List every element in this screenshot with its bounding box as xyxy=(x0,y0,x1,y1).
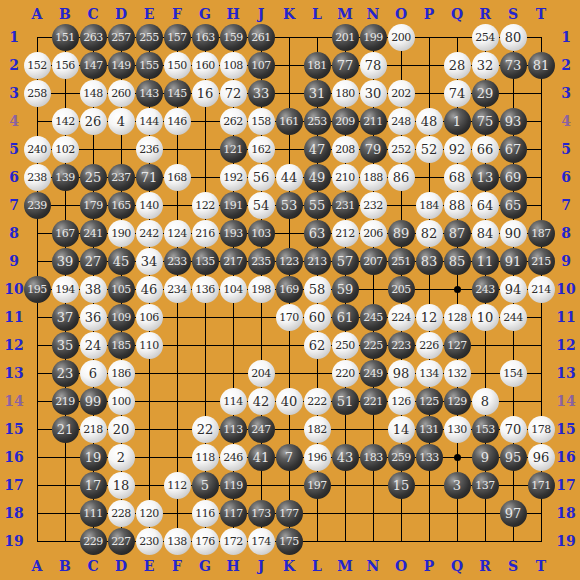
stone-D14-move-100[interactable]: 100 xyxy=(108,388,135,415)
stone-J6-move-56[interactable]: 56 xyxy=(248,164,275,191)
stone-O13-move-98[interactable]: 98 xyxy=(388,360,415,387)
stone-O1-move-200[interactable]: 200 xyxy=(388,24,415,51)
stone-S1-move-80[interactable]: 80 xyxy=(500,24,527,51)
stone-L2-move-181[interactable]: 181 xyxy=(304,52,331,79)
stone-H10-move-104[interactable]: 104 xyxy=(220,276,247,303)
stone-T9-move-215[interactable]: 215 xyxy=(528,248,555,275)
col-label-bottom-H: H xyxy=(226,558,239,574)
stone-O17-move-15[interactable]: 15 xyxy=(388,472,415,499)
stone-J7-move-54[interactable]: 54 xyxy=(248,192,275,219)
stone-H19-move-172[interactable]: 172 xyxy=(220,528,247,555)
stone-J18-move-173[interactable]: 173 xyxy=(248,500,275,527)
move-number: 14 xyxy=(393,423,410,436)
stone-K6-move-44[interactable]: 44 xyxy=(276,164,303,191)
stone-D4-move-4[interactable]: 4 xyxy=(108,108,135,135)
stone-M8-move-212[interactable]: 212 xyxy=(332,220,359,247)
stone-E18-move-120[interactable]: 120 xyxy=(136,500,163,527)
stone-B13-move-23[interactable]: 23 xyxy=(52,360,79,387)
stone-R17-move-137[interactable]: 137 xyxy=(472,472,499,499)
stone-Q13-move-132[interactable]: 132 xyxy=(444,360,471,387)
stone-E8-move-242[interactable]: 242 xyxy=(136,220,163,247)
stone-P5-move-52[interactable]: 52 xyxy=(416,136,443,163)
stone-K19-move-175[interactable]: 175 xyxy=(276,528,303,555)
stone-J10-move-198[interactable]: 198 xyxy=(248,276,275,303)
stone-L5-move-47[interactable]: 47 xyxy=(304,136,331,163)
stone-G17-move-5[interactable]: 5 xyxy=(192,472,219,499)
stone-N11-move-245[interactable]: 245 xyxy=(360,304,387,331)
stone-J5-move-162[interactable]: 162 xyxy=(248,136,275,163)
stone-C12-move-24[interactable]: 24 xyxy=(80,332,107,359)
stone-H18-move-117[interactable]: 117 xyxy=(220,500,247,527)
stone-R10-move-243[interactable]: 243 xyxy=(472,276,499,303)
stone-N4-move-211[interactable]: 211 xyxy=(360,108,387,135)
move-number: 198 xyxy=(251,284,271,295)
stone-C6-move-25[interactable]: 25 xyxy=(80,164,107,191)
stone-S8-move-90[interactable]: 90 xyxy=(500,220,527,247)
stone-R14-move-8[interactable]: 8 xyxy=(472,388,499,415)
stone-R1-move-254[interactable]: 254 xyxy=(472,24,499,51)
move-number: 194 xyxy=(55,284,75,295)
row-label-left-5: 5 xyxy=(9,141,19,157)
stone-K4-move-161[interactable]: 161 xyxy=(276,108,303,135)
stone-H7-move-191[interactable]: 191 xyxy=(220,192,247,219)
move-number: 39 xyxy=(57,255,74,268)
stone-O3-move-202[interactable]: 202 xyxy=(388,80,415,107)
stone-M14-move-51[interactable]: 51 xyxy=(332,388,359,415)
stone-H5-move-121[interactable]: 121 xyxy=(220,136,247,163)
stone-B5-move-102[interactable]: 102 xyxy=(52,136,79,163)
stone-P13-move-134[interactable]: 134 xyxy=(416,360,443,387)
stone-F2-move-150[interactable]: 150 xyxy=(164,52,191,79)
stone-E4-move-144[interactable]: 144 xyxy=(136,108,163,135)
stone-L7-move-55[interactable]: 55 xyxy=(304,192,331,219)
stone-S13-move-154[interactable]: 154 xyxy=(500,360,527,387)
stone-E10-move-46[interactable]: 46 xyxy=(136,276,163,303)
stone-H14-move-114[interactable]: 114 xyxy=(220,388,247,415)
move-number: 38 xyxy=(85,283,102,296)
stone-Q9-move-85[interactable]: 85 xyxy=(444,248,471,275)
stone-S11-move-244[interactable]: 244 xyxy=(500,304,527,331)
stone-J8-move-103[interactable]: 103 xyxy=(248,220,275,247)
stone-R6-move-13[interactable]: 13 xyxy=(472,164,499,191)
stone-E1-move-255[interactable]: 255 xyxy=(136,24,163,51)
stone-C19-move-229[interactable]: 229 xyxy=(80,528,107,555)
stone-O5-move-252[interactable]: 252 xyxy=(388,136,415,163)
stone-D1-move-257[interactable]: 257 xyxy=(108,24,135,51)
stone-A7-move-239[interactable]: 239 xyxy=(24,192,51,219)
stone-M12-move-250[interactable]: 250 xyxy=(332,332,359,359)
stone-A6-move-238[interactable]: 238 xyxy=(24,164,51,191)
stone-D15-move-20[interactable]: 20 xyxy=(108,416,135,443)
move-number: 41 xyxy=(253,451,270,464)
stone-S4-move-93[interactable]: 93 xyxy=(500,108,527,135)
stone-R5-move-66[interactable]: 66 xyxy=(472,136,499,163)
stone-L3-move-31[interactable]: 31 xyxy=(304,80,331,107)
stone-N12-move-225[interactable]: 225 xyxy=(360,332,387,359)
move-number: 128 xyxy=(447,312,467,323)
stone-O15-move-14[interactable]: 14 xyxy=(388,416,415,443)
stone-B9-move-39[interactable]: 39 xyxy=(52,248,79,275)
stone-C11-move-36[interactable]: 36 xyxy=(80,304,107,331)
stone-T16-move-96[interactable]: 96 xyxy=(528,444,555,471)
stone-R11-move-10[interactable]: 10 xyxy=(472,304,499,331)
stone-J2-move-107[interactable]: 107 xyxy=(248,52,275,79)
stone-P12-move-226[interactable]: 226 xyxy=(416,332,443,359)
col-label-bottom-F: F xyxy=(172,558,182,574)
move-number: 216 xyxy=(195,228,215,239)
row-label-right-3: 3 xyxy=(561,85,571,101)
stone-L4-move-253[interactable]: 253 xyxy=(304,108,331,135)
col-label-top-R: R xyxy=(479,6,491,22)
stone-G18-move-116[interactable]: 116 xyxy=(192,500,219,527)
stone-C8-move-241[interactable]: 241 xyxy=(80,220,107,247)
stone-S10-move-94[interactable]: 94 xyxy=(500,276,527,303)
col-label-bottom-B: B xyxy=(59,558,71,574)
stone-C9-move-27[interactable]: 27 xyxy=(80,248,107,275)
stone-S15-move-70[interactable]: 70 xyxy=(500,416,527,443)
stone-J3-move-33[interactable]: 33 xyxy=(248,80,275,107)
stone-C13-move-6[interactable]: 6 xyxy=(80,360,107,387)
stone-F4-move-146[interactable]: 146 xyxy=(164,108,191,135)
stone-M9-move-57[interactable]: 57 xyxy=(332,248,359,275)
stone-P4-move-48[interactable]: 48 xyxy=(416,108,443,135)
stone-R15-move-153[interactable]: 153 xyxy=(472,416,499,443)
stone-O8-move-89[interactable]: 89 xyxy=(388,220,415,247)
stone-C15-move-218[interactable]: 218 xyxy=(80,416,107,443)
stone-C1-move-263[interactable]: 263 xyxy=(80,24,107,51)
stone-O9-move-251[interactable]: 251 xyxy=(388,248,415,275)
stone-O6-move-86[interactable]: 86 xyxy=(388,164,415,191)
stone-H6-move-192[interactable]: 192 xyxy=(220,164,247,191)
stone-N16-move-183[interactable]: 183 xyxy=(360,444,387,471)
stone-M16-move-43[interactable]: 43 xyxy=(332,444,359,471)
stone-L15-move-182[interactable]: 182 xyxy=(304,416,331,443)
stone-H16-move-246[interactable]: 246 xyxy=(220,444,247,471)
move-number: 83 xyxy=(421,255,438,268)
stone-D10-move-105[interactable]: 105 xyxy=(108,276,135,303)
stone-J9-move-235[interactable]: 235 xyxy=(248,248,275,275)
stone-E11-move-106[interactable]: 106 xyxy=(136,304,163,331)
move-number: 73 xyxy=(505,59,522,72)
stone-R16-move-9[interactable]: 9 xyxy=(472,444,499,471)
move-number: 122 xyxy=(195,200,215,211)
stone-G1-move-163[interactable]: 163 xyxy=(192,24,219,51)
stone-N1-move-199[interactable]: 199 xyxy=(360,24,387,51)
stone-N6-move-188[interactable]: 188 xyxy=(360,164,387,191)
stone-N3-move-30[interactable]: 30 xyxy=(360,80,387,107)
move-number: 242 xyxy=(139,228,159,239)
stone-T8-move-187[interactable]: 187 xyxy=(528,220,555,247)
stone-O10-move-205[interactable]: 205 xyxy=(388,276,415,303)
stone-F17-move-112[interactable]: 112 xyxy=(164,472,191,499)
stone-L14-move-222[interactable]: 222 xyxy=(304,388,331,415)
stone-D19-move-227[interactable]: 227 xyxy=(108,528,135,555)
stone-P7-move-184[interactable]: 184 xyxy=(416,192,443,219)
stone-D3-move-260[interactable]: 260 xyxy=(108,80,135,107)
go-board[interactable]: 1512632572551571631592612011992002548015… xyxy=(23,23,555,555)
stone-J15-move-247[interactable]: 247 xyxy=(248,416,275,443)
stone-A10-move-195[interactable]: 195 xyxy=(24,276,51,303)
stone-J14-move-42[interactable]: 42 xyxy=(248,388,275,415)
stone-H2-move-108[interactable]: 108 xyxy=(220,52,247,79)
stone-K7-move-53[interactable]: 53 xyxy=(276,192,303,219)
move-number: 237 xyxy=(111,172,131,183)
stone-B4-move-142[interactable]: 142 xyxy=(52,108,79,135)
stone-B6-move-139[interactable]: 139 xyxy=(52,164,79,191)
stone-N5-move-79[interactable]: 79 xyxy=(360,136,387,163)
move-number: 48 xyxy=(421,115,438,128)
stone-B10-move-194[interactable]: 194 xyxy=(52,276,79,303)
row-label-right-1: 1 xyxy=(561,29,571,45)
stone-Q14-move-129[interactable]: 129 xyxy=(444,388,471,415)
stone-S2-move-73[interactable]: 73 xyxy=(500,52,527,79)
stone-D8-move-190[interactable]: 190 xyxy=(108,220,135,247)
stone-B15-move-21[interactable]: 21 xyxy=(52,416,79,443)
move-number: 227 xyxy=(111,536,131,547)
stone-L6-move-49[interactable]: 49 xyxy=(304,164,331,191)
stone-P9-move-83[interactable]: 83 xyxy=(416,248,443,275)
stone-D7-move-165[interactable]: 165 xyxy=(108,192,135,219)
stone-C3-move-148[interactable]: 148 xyxy=(80,80,107,107)
stone-G19-move-176[interactable]: 176 xyxy=(192,528,219,555)
stone-Q11-move-128[interactable]: 128 xyxy=(444,304,471,331)
stone-G10-move-136[interactable]: 136 xyxy=(192,276,219,303)
stone-C7-move-179[interactable]: 179 xyxy=(80,192,107,219)
stone-F9-move-233[interactable]: 233 xyxy=(164,248,191,275)
stone-G7-move-122[interactable]: 122 xyxy=(192,192,219,219)
move-number: 118 xyxy=(195,452,215,463)
stone-M10-move-59[interactable]: 59 xyxy=(332,276,359,303)
stone-Q12-move-127[interactable]: 127 xyxy=(444,332,471,359)
stone-E7-move-140[interactable]: 140 xyxy=(136,192,163,219)
stone-B11-move-37[interactable]: 37 xyxy=(52,304,79,331)
move-number: 1 xyxy=(453,115,461,128)
stone-D2-move-149[interactable]: 149 xyxy=(108,52,135,79)
stone-H1-move-159[interactable]: 159 xyxy=(220,24,247,51)
stone-J16-move-41[interactable]: 41 xyxy=(248,444,275,471)
stone-G2-move-160[interactable]: 160 xyxy=(192,52,219,79)
stone-Q3-move-74[interactable]: 74 xyxy=(444,80,471,107)
stone-F8-move-124[interactable]: 124 xyxy=(164,220,191,247)
stone-H3-move-72[interactable]: 72 xyxy=(220,80,247,107)
stone-R9-move-11[interactable]: 11 xyxy=(472,248,499,275)
stone-S9-move-91[interactable]: 91 xyxy=(500,248,527,275)
stone-A5-move-240[interactable]: 240 xyxy=(24,136,51,163)
stone-H15-move-113[interactable]: 113 xyxy=(220,416,247,443)
stone-Q8-move-87[interactable]: 87 xyxy=(444,220,471,247)
stone-N2-move-78[interactable]: 78 xyxy=(360,52,387,79)
stone-N8-move-206[interactable]: 206 xyxy=(360,220,387,247)
stone-C10-move-38[interactable]: 38 xyxy=(80,276,107,303)
move-number: 185 xyxy=(111,340,131,351)
move-number: 53 xyxy=(281,199,298,212)
stone-Q4-move-1[interactable]: 1 xyxy=(444,108,471,135)
stone-F3-move-145[interactable]: 145 xyxy=(164,80,191,107)
stone-O4-move-248[interactable]: 248 xyxy=(388,108,415,135)
move-number: 150 xyxy=(167,60,187,71)
stone-R4-move-75[interactable]: 75 xyxy=(472,108,499,135)
stone-B1-move-151[interactable]: 151 xyxy=(52,24,79,51)
move-number: 70 xyxy=(505,423,522,436)
stone-D9-move-45[interactable]: 45 xyxy=(108,248,135,275)
stone-H17-move-119[interactable]: 119 xyxy=(220,472,247,499)
stone-G3-move-16[interactable]: 16 xyxy=(192,80,219,107)
stone-E6-move-71[interactable]: 71 xyxy=(136,164,163,191)
stone-S7-move-65[interactable]: 65 xyxy=(500,192,527,219)
stone-C2-move-147[interactable]: 147 xyxy=(80,52,107,79)
stone-R7-move-64[interactable]: 64 xyxy=(472,192,499,219)
stone-N13-move-249[interactable]: 249 xyxy=(360,360,387,387)
stone-C16-move-19[interactable]: 19 xyxy=(80,444,107,471)
stone-P16-move-133[interactable]: 133 xyxy=(416,444,443,471)
stone-E12-move-110[interactable]: 110 xyxy=(136,332,163,359)
stone-N9-move-207[interactable]: 207 xyxy=(360,248,387,275)
move-number: 7 xyxy=(285,451,293,464)
stone-O14-move-126[interactable]: 126 xyxy=(388,388,415,415)
stone-J13-move-204[interactable]: 204 xyxy=(248,360,275,387)
stone-L12-move-62[interactable]: 62 xyxy=(304,332,331,359)
stone-M6-move-210[interactable]: 210 xyxy=(332,164,359,191)
stone-O12-move-223[interactable]: 223 xyxy=(388,332,415,359)
stone-H9-move-217[interactable]: 217 xyxy=(220,248,247,275)
stone-D13-move-186[interactable]: 186 xyxy=(108,360,135,387)
stone-B2-move-156[interactable]: 156 xyxy=(52,52,79,79)
stone-F19-move-138[interactable]: 138 xyxy=(164,528,191,555)
stone-Q17-move-3[interactable]: 3 xyxy=(444,472,471,499)
stone-K18-move-177[interactable]: 177 xyxy=(276,500,303,527)
row-label-right-4: 4 xyxy=(561,113,571,129)
stone-T15-move-178[interactable]: 178 xyxy=(528,416,555,443)
stone-H8-move-193[interactable]: 193 xyxy=(220,220,247,247)
stone-M1-move-201[interactable]: 201 xyxy=(332,24,359,51)
stone-K9-move-123[interactable]: 123 xyxy=(276,248,303,275)
col-label-top-T: T xyxy=(536,6,546,22)
stone-A2-move-152[interactable]: 152 xyxy=(24,52,51,79)
stone-F10-move-234[interactable]: 234 xyxy=(164,276,191,303)
stone-D17-move-18[interactable]: 18 xyxy=(108,472,135,499)
stone-S18-move-97[interactable]: 97 xyxy=(500,500,527,527)
stone-O16-move-259[interactable]: 259 xyxy=(388,444,415,471)
stone-J19-move-174[interactable]: 174 xyxy=(248,528,275,555)
stone-K10-move-169[interactable]: 169 xyxy=(276,276,303,303)
stone-S5-move-67[interactable]: 67 xyxy=(500,136,527,163)
stone-M3-move-180[interactable]: 180 xyxy=(332,80,359,107)
stone-S16-move-95[interactable]: 95 xyxy=(500,444,527,471)
stone-C17-move-17[interactable]: 17 xyxy=(80,472,107,499)
row-label-left-8: 8 xyxy=(9,225,19,241)
stone-L16-move-196[interactable]: 196 xyxy=(304,444,331,471)
stone-O11-move-224[interactable]: 224 xyxy=(388,304,415,331)
move-number: 108 xyxy=(223,60,243,71)
stone-R2-move-32[interactable]: 32 xyxy=(472,52,499,79)
stone-E2-move-155[interactable]: 155 xyxy=(136,52,163,79)
stone-D11-move-109[interactable]: 109 xyxy=(108,304,135,331)
stone-L8-move-63[interactable]: 63 xyxy=(304,220,331,247)
stone-N14-move-221[interactable]: 221 xyxy=(360,388,387,415)
star-point-Q16 xyxy=(454,454,461,461)
move-number: 61 xyxy=(337,311,354,324)
stone-C18-move-111[interactable]: 111 xyxy=(80,500,107,527)
stone-J1-move-261[interactable]: 261 xyxy=(248,24,275,51)
move-number: 31 xyxy=(309,87,326,100)
stone-C4-move-26[interactable]: 26 xyxy=(80,108,107,135)
stone-G8-move-216[interactable]: 216 xyxy=(192,220,219,247)
stone-D6-move-237[interactable]: 237 xyxy=(108,164,135,191)
stone-M11-move-61[interactable]: 61 xyxy=(332,304,359,331)
move-number: 51 xyxy=(337,395,354,408)
stone-E5-move-236[interactable]: 236 xyxy=(136,136,163,163)
move-number: 142 xyxy=(55,116,75,127)
stone-J4-move-158[interactable]: 158 xyxy=(248,108,275,135)
move-number: 167 xyxy=(55,228,75,239)
stone-B12-move-35[interactable]: 35 xyxy=(52,332,79,359)
stone-T2-move-81[interactable]: 81 xyxy=(528,52,555,79)
move-number: 151 xyxy=(55,32,75,43)
stone-D16-move-2[interactable]: 2 xyxy=(108,444,135,471)
stone-Q15-move-130[interactable]: 130 xyxy=(444,416,471,443)
stone-Q6-move-68[interactable]: 68 xyxy=(444,164,471,191)
stone-G15-move-22[interactable]: 22 xyxy=(192,416,219,443)
stone-E3-move-143[interactable]: 143 xyxy=(136,80,163,107)
stone-R3-move-29[interactable]: 29 xyxy=(472,80,499,107)
stone-N7-move-232[interactable]: 232 xyxy=(360,192,387,219)
stone-K14-move-40[interactable]: 40 xyxy=(276,388,303,415)
stone-G9-move-135[interactable]: 135 xyxy=(192,248,219,275)
stone-Q5-move-92[interactable]: 92 xyxy=(444,136,471,163)
stone-K11-move-170[interactable]: 170 xyxy=(276,304,303,331)
stone-P11-move-12[interactable]: 12 xyxy=(416,304,443,331)
stone-T17-move-171[interactable]: 171 xyxy=(528,472,555,499)
stone-G16-move-118[interactable]: 118 xyxy=(192,444,219,471)
stone-A3-move-258[interactable]: 258 xyxy=(24,80,51,107)
stone-H4-move-262[interactable]: 262 xyxy=(220,108,247,135)
stone-R8-move-84[interactable]: 84 xyxy=(472,220,499,247)
stone-E9-move-34[interactable]: 34 xyxy=(136,248,163,275)
move-number: 22 xyxy=(197,423,214,436)
stone-K16-move-7[interactable]: 7 xyxy=(276,444,303,471)
move-number: 224 xyxy=(391,312,411,323)
stone-F1-move-157[interactable]: 157 xyxy=(164,24,191,51)
stone-E19-move-230[interactable]: 230 xyxy=(136,528,163,555)
stone-T10-move-214[interactable]: 214 xyxy=(528,276,555,303)
move-number: 18 xyxy=(113,479,130,492)
stone-L10-move-58[interactable]: 58 xyxy=(304,276,331,303)
stone-P8-move-82[interactable]: 82 xyxy=(416,220,443,247)
stone-L9-move-213[interactable]: 213 xyxy=(304,248,331,275)
stone-B14-move-219[interactable]: 219 xyxy=(52,388,79,415)
move-number: 161 xyxy=(279,116,299,127)
stone-Q2-move-28[interactable]: 28 xyxy=(444,52,471,79)
move-number: 121 xyxy=(223,144,243,155)
stone-L11-move-60[interactable]: 60 xyxy=(304,304,331,331)
stone-M13-move-220[interactable]: 220 xyxy=(332,360,359,387)
move-number: 25 xyxy=(85,171,102,184)
stone-Q7-move-88[interactable]: 88 xyxy=(444,192,471,219)
stone-L17-move-197[interactable]: 197 xyxy=(304,472,331,499)
stone-D12-move-185[interactable]: 185 xyxy=(108,332,135,359)
stone-P14-move-125[interactable]: 125 xyxy=(416,388,443,415)
stone-M5-move-208[interactable]: 208 xyxy=(332,136,359,163)
stone-M4-move-209[interactable]: 209 xyxy=(332,108,359,135)
stone-C14-move-99[interactable]: 99 xyxy=(80,388,107,415)
stone-B8-move-167[interactable]: 167 xyxy=(52,220,79,247)
stone-D18-move-228[interactable]: 228 xyxy=(108,500,135,527)
stone-M7-move-231[interactable]: 231 xyxy=(332,192,359,219)
stone-S6-move-69[interactable]: 69 xyxy=(500,164,527,191)
stone-M2-move-77[interactable]: 77 xyxy=(332,52,359,79)
stone-F6-move-168[interactable]: 168 xyxy=(164,164,191,191)
stone-P15-move-131[interactable]: 131 xyxy=(416,416,443,443)
